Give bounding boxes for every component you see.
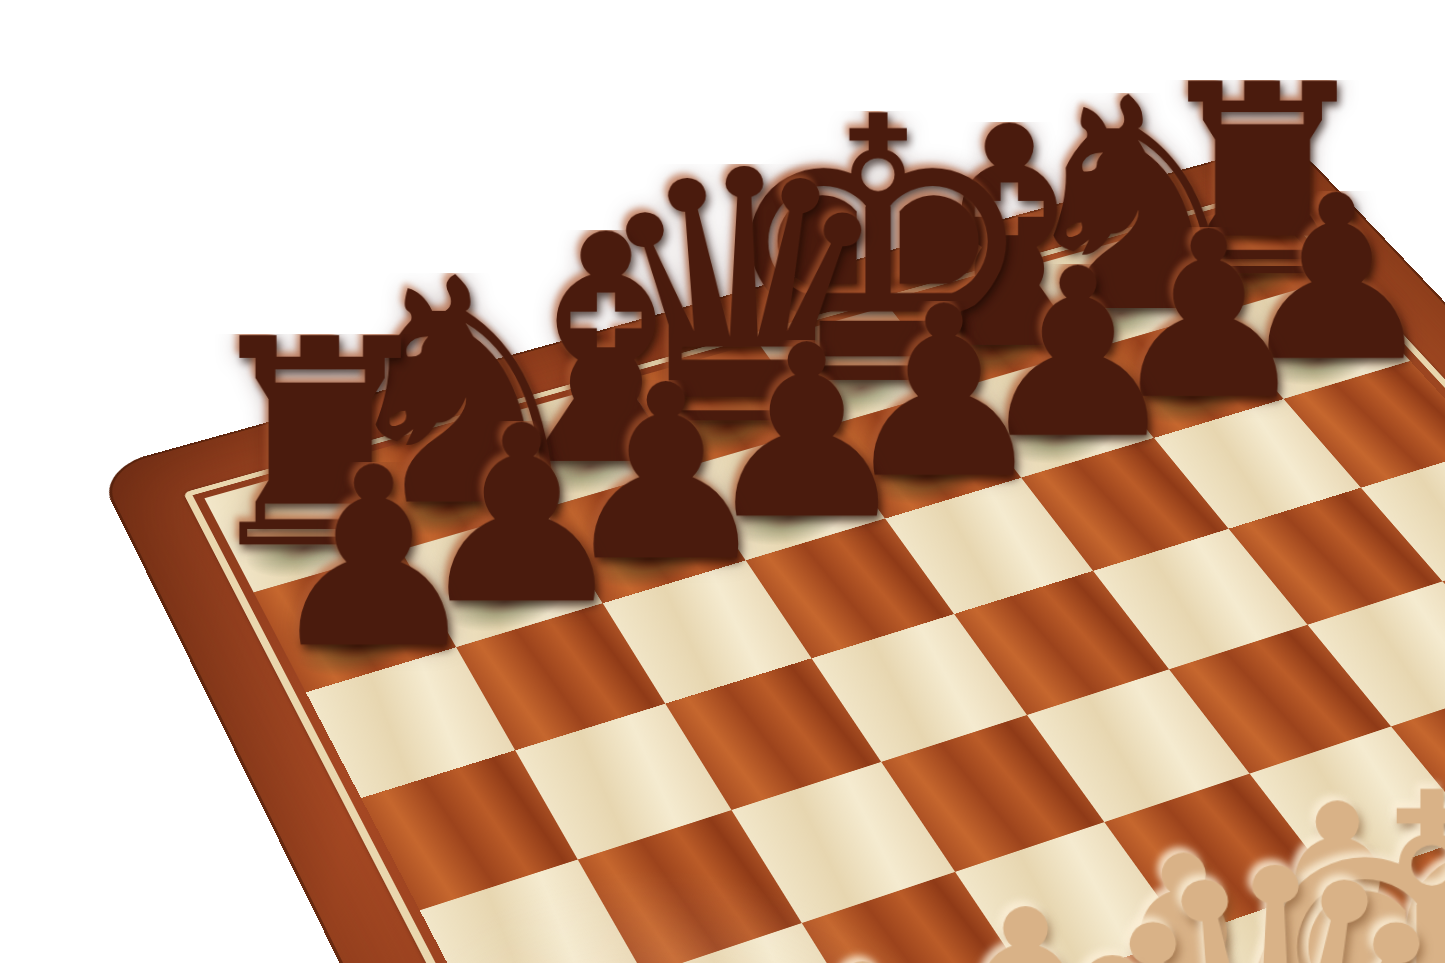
studio-scene: ♜♞♝♛♚♝♞♜♟♟♟♟♟♟♟♟♟♟♟♟♟♟♟♟♜♞♝♛♚♝♞♜ bbox=[0, 0, 1445, 963]
board-grid: ♜♞♝♛♚♝♞♜♟♟♟♟♟♟♟♟♟♟♟♟♟♟♟♟♜♞♝♛♚♝♞♜ bbox=[204, 201, 1445, 963]
board-tilt: ♜♞♝♛♚♝♞♜♟♟♟♟♟♟♟♟♟♟♟♟♟♟♟♟♜♞♝♛♚♝♞♜ bbox=[96, 140, 1445, 963]
piece-black-pawn-a7[interactable]: ♟ bbox=[263, 462, 485, 655]
chess-board: ♜♞♝♛♚♝♞♜♟♟♟♟♟♟♟♟♟♟♟♟♟♟♟♟♜♞♝♛♚♝♞♜ bbox=[96, 140, 1445, 963]
